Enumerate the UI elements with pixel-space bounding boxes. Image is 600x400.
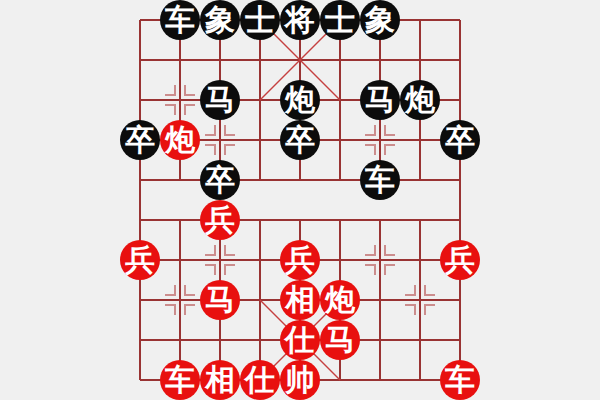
red-cannon[interactable]: 炮	[320, 280, 360, 320]
red-soldier[interactable]: 兵	[440, 240, 480, 280]
red-cannon[interactable]: 炮	[160, 120, 200, 160]
black-chariot[interactable]: 车	[360, 160, 400, 200]
red-horse[interactable]: 马	[320, 320, 360, 360]
red-general[interactable]: 帅	[280, 360, 320, 400]
xiangqi-board: 车象士将士象马炮马炮卒炮卒卒卒车兵兵兵兵马相炮仕马车相仕帅车	[0, 0, 600, 400]
red-chariot[interactable]: 车	[440, 360, 480, 400]
red-advisor[interactable]: 仕	[280, 320, 320, 360]
pieces-layer: 车象士将士象马炮马炮卒炮卒卒卒车兵兵兵兵马相炮仕马车相仕帅车	[120, 0, 480, 400]
red-horse[interactable]: 马	[200, 280, 240, 320]
black-soldier[interactable]: 卒	[280, 120, 320, 160]
black-cannon[interactable]: 炮	[280, 80, 320, 120]
red-soldier[interactable]: 兵	[200, 200, 240, 240]
red-advisor[interactable]: 仕	[240, 360, 280, 400]
black-soldier[interactable]: 卒	[200, 160, 240, 200]
black-cannon[interactable]: 炮	[400, 80, 440, 120]
black-horse[interactable]: 马	[360, 80, 400, 120]
black-chariot[interactable]: 车	[160, 0, 200, 40]
red-elephant[interactable]: 相	[280, 280, 320, 320]
red-chariot[interactable]: 车	[160, 360, 200, 400]
black-advisor[interactable]: 士	[320, 0, 360, 40]
red-soldier[interactable]: 兵	[120, 240, 160, 280]
black-horse[interactable]: 马	[200, 80, 240, 120]
black-soldier[interactable]: 卒	[120, 120, 160, 160]
black-soldier[interactable]: 卒	[440, 120, 480, 160]
black-general[interactable]: 将	[280, 0, 320, 40]
red-elephant[interactable]: 相	[200, 360, 240, 400]
black-elephant[interactable]: 象	[360, 0, 400, 40]
black-elephant[interactable]: 象	[200, 0, 240, 40]
red-soldier[interactable]: 兵	[280, 240, 320, 280]
black-advisor[interactable]: 士	[240, 0, 280, 40]
